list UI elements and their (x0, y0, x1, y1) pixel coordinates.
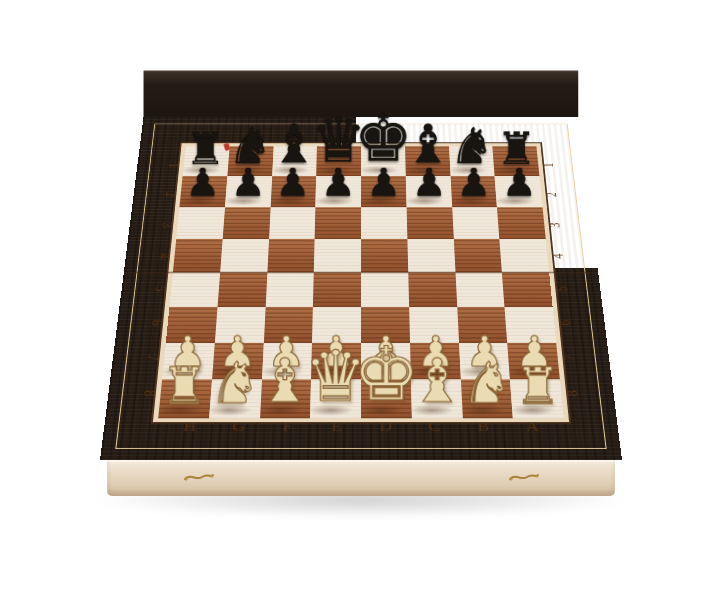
coordinate-border: HGFEDCBA 12345678 12345678 ♜♞♝♛♚♝♞♜♟♟♟♟♟… (115, 124, 606, 449)
square-d2[interactable]: ♟ (361, 176, 406, 207)
square-g2[interactable]: ♟ (225, 176, 272, 207)
chess-board: HGFEDCBA 12345678 12345678 ♜♞♝♛♚♝♞♜♟♟♟♟♟… (100, 116, 622, 460)
file-labels: HGFEDCBA (164, 417, 557, 437)
square-b3[interactable] (452, 207, 500, 239)
square-c3[interactable] (406, 207, 453, 239)
board-grid: ♜♞♝♛♚♝♞♜♟♟♟♟♟♟♟♟♟♟♟♟♟♟♟♟♜♞♝♛♚♝♞♜ (158, 146, 564, 418)
black-pawn[interactable]: ♟ (412, 163, 446, 201)
file-label: G (214, 419, 264, 435)
file-label: C (410, 419, 460, 435)
square-g3[interactable] (222, 207, 270, 239)
file-label: B (458, 419, 508, 435)
file-label: F (263, 419, 313, 435)
file-label: A (507, 419, 557, 435)
rank-label: 7 (128, 348, 177, 367)
square-f4[interactable] (267, 239, 315, 272)
file-label: E (312, 419, 361, 435)
square-d8[interactable]: ♚ (361, 380, 412, 419)
square-g4[interactable] (220, 239, 269, 272)
rank-label: 6 (132, 313, 180, 331)
board-frame: HGFEDCBA 12345678 12345678 ♜♞♝♛♚♝♞♜♟♟♟♟♟… (100, 116, 622, 460)
rank-label: 1 (527, 158, 571, 173)
white-bishop[interactable]: ♝ (410, 351, 464, 412)
square-d5[interactable] (361, 272, 409, 306)
square-f3[interactable] (269, 207, 316, 239)
rank-label: 5 (538, 280, 585, 297)
square-c2[interactable]: ♟ (406, 176, 452, 207)
rank-label: 1 (151, 158, 195, 173)
file-label: H (164, 419, 214, 435)
file-label: D (361, 419, 410, 435)
rank-label: 8 (124, 384, 174, 403)
square-c5[interactable] (408, 272, 457, 306)
black-pawn[interactable]: ♟ (321, 163, 355, 201)
square-c4[interactable] (407, 239, 455, 272)
clasp-right-icon (508, 470, 540, 483)
box-front-panel (107, 460, 615, 496)
square-b5[interactable] (455, 272, 505, 306)
square-e5[interactable] (313, 272, 361, 306)
square-f5[interactable] (265, 272, 314, 306)
clasp-left-icon (183, 470, 215, 483)
rank-label: 2 (529, 187, 574, 203)
square-f2[interactable]: ♟ (270, 176, 316, 207)
square-g8[interactable]: ♞ (209, 380, 262, 419)
square-d3[interactable] (361, 207, 407, 239)
black-pawn[interactable]: ♟ (366, 163, 400, 201)
black-pawn[interactable]: ♟ (457, 163, 491, 201)
square-e3[interactable] (315, 207, 361, 239)
rank-label: 4 (140, 248, 187, 265)
red-tag (223, 143, 230, 151)
square-e2[interactable]: ♟ (316, 176, 361, 207)
black-pawn[interactable]: ♟ (276, 163, 310, 201)
rank-label: 7 (545, 348, 594, 367)
square-b4[interactable] (453, 239, 502, 272)
rank-label: 6 (541, 313, 589, 331)
product-photo: HGFEDCBA 12345678 12345678 ♜♞♝♛♚♝♞♜♟♟♟♟♟… (0, 0, 722, 594)
rank-label: 5 (136, 280, 183, 297)
white-knight[interactable]: ♞ (209, 355, 260, 412)
rank-label: 3 (532, 217, 578, 233)
rank-label: 4 (535, 248, 582, 265)
rank-label: 3 (144, 217, 190, 233)
rank-label: 2 (148, 187, 193, 203)
white-knight[interactable]: ♞ (462, 355, 513, 412)
square-e4[interactable] (314, 239, 361, 272)
square-c8[interactable]: ♝ (411, 380, 463, 419)
square-d4[interactable] (361, 239, 408, 272)
square-b8[interactable]: ♞ (460, 380, 513, 419)
rank-label: 8 (548, 384, 598, 403)
square-b2[interactable]: ♟ (450, 176, 497, 207)
square-g5[interactable] (217, 272, 267, 306)
black-pawn[interactable]: ♟ (231, 163, 265, 201)
inner-strip: ♜♞♝♛♚♝♞♜♟♟♟♟♟♟♟♟♟♟♟♟♟♟♟♟♜♞♝♛♚♝♞♜ (151, 142, 571, 423)
